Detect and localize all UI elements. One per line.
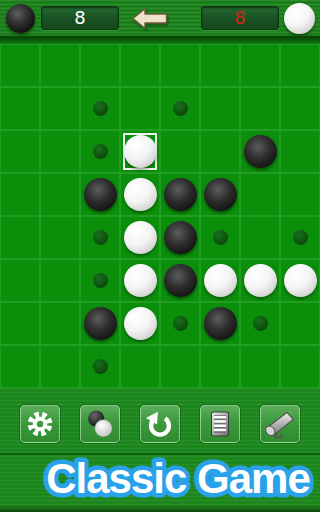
cell-g2[interactable] — [240, 87, 280, 130]
white-disc — [124, 135, 157, 168]
moves-list-button[interactable] — [200, 405, 240, 443]
cell-b2[interactable] — [40, 87, 80, 130]
black-disc — [164, 264, 197, 297]
cell-d2[interactable] — [120, 87, 160, 130]
reversi-app: 8 8 — [0, 0, 320, 512]
cell-f7[interactable] — [200, 302, 240, 345]
white-score-value: 8 — [234, 9, 245, 27]
cell-h8[interactable] — [280, 345, 320, 388]
black-disc — [164, 178, 197, 211]
cell-e6[interactable] — [160, 259, 200, 302]
white-disc — [124, 221, 157, 254]
cell-g5[interactable] — [240, 216, 280, 259]
cell-b1[interactable] — [40, 44, 80, 87]
cell-g4[interactable] — [240, 173, 280, 216]
cell-b7[interactable] — [40, 302, 80, 345]
turn-left-arrow-icon — [132, 7, 168, 30]
reversi-board[interactable] — [0, 44, 320, 388]
cell-e2[interactable] — [160, 87, 200, 130]
cell-d1[interactable] — [120, 44, 160, 87]
cell-a1[interactable] — [0, 44, 40, 87]
cell-a4[interactable] — [0, 173, 40, 216]
cell-d4[interactable] — [120, 173, 160, 216]
black-player-disc-icon — [6, 4, 35, 33]
megaphone-icon — [263, 407, 297, 441]
legal-move-hint — [213, 230, 228, 245]
cell-b5[interactable] — [40, 216, 80, 259]
cell-h1[interactable] — [280, 44, 320, 87]
white-score-box: 8 — [201, 6, 279, 30]
pieces-button[interactable] — [80, 405, 120, 443]
legal-move-hint — [173, 316, 188, 331]
black-disc — [84, 307, 117, 340]
cell-d5[interactable] — [120, 216, 160, 259]
cell-b6[interactable] — [40, 259, 80, 302]
white-player-disc-icon — [284, 3, 315, 34]
undo-button[interactable] — [140, 405, 180, 443]
legal-move-hint — [93, 359, 108, 374]
cell-d6[interactable] — [120, 259, 160, 302]
black-white-discs-icon — [83, 407, 117, 441]
legal-move-hint — [93, 101, 108, 116]
black-score-value: 8 — [74, 9, 85, 27]
cell-c8[interactable] — [80, 345, 120, 388]
cell-e1[interactable] — [160, 44, 200, 87]
cell-g8[interactable] — [240, 345, 280, 388]
cell-a8[interactable] — [0, 345, 40, 388]
gear-icon — [23, 407, 57, 441]
white-disc — [124, 264, 157, 297]
cell-f8[interactable] — [200, 345, 240, 388]
cell-f1[interactable] — [200, 44, 240, 87]
banner: Classic Game — [0, 446, 320, 508]
cell-f3[interactable] — [200, 130, 240, 173]
cell-a6[interactable] — [0, 259, 40, 302]
announcements-button[interactable] — [260, 405, 300, 443]
cell-g1[interactable] — [240, 44, 280, 87]
cell-e7[interactable] — [160, 302, 200, 345]
cell-a2[interactable] — [0, 87, 40, 130]
legal-move-hint — [173, 101, 188, 116]
cell-c1[interactable] — [80, 44, 120, 87]
white-disc — [284, 264, 317, 297]
black-disc — [84, 178, 117, 211]
black-disc — [204, 178, 237, 211]
cell-c5[interactable] — [80, 216, 120, 259]
board-top-shadow — [0, 36, 320, 44]
cell-c4[interactable] — [80, 173, 120, 216]
cell-b3[interactable] — [40, 130, 80, 173]
white-disc — [244, 264, 277, 297]
cell-f5[interactable] — [200, 216, 240, 259]
cell-a7[interactable] — [0, 302, 40, 345]
cell-g6[interactable] — [240, 259, 280, 302]
white-disc — [124, 307, 157, 340]
black-score-box: 8 — [41, 6, 119, 30]
cell-a3[interactable] — [0, 130, 40, 173]
toolbar — [0, 404, 320, 444]
cell-d8[interactable] — [120, 345, 160, 388]
black-disc — [204, 307, 237, 340]
undo-arrow-icon — [143, 407, 177, 441]
cell-e4[interactable] — [160, 173, 200, 216]
banner-text: Classic Game — [46, 455, 310, 502]
cell-c7[interactable] — [80, 302, 120, 345]
cell-h4[interactable] — [280, 173, 320, 216]
cell-h5[interactable] — [280, 216, 320, 259]
cell-f2[interactable] — [200, 87, 240, 130]
cell-b4[interactable] — [40, 173, 80, 216]
cell-h2[interactable] — [280, 87, 320, 130]
legal-move-hint — [93, 144, 108, 159]
cell-h6[interactable] — [280, 259, 320, 302]
cell-f4[interactable] — [200, 173, 240, 216]
white-disc — [124, 178, 157, 211]
cell-c3[interactable] — [80, 130, 120, 173]
legal-move-hint — [293, 230, 308, 245]
black-disc — [164, 221, 197, 254]
cell-a5[interactable] — [0, 216, 40, 259]
cell-c2[interactable] — [80, 87, 120, 130]
cell-f6[interactable] — [200, 259, 240, 302]
cell-e8[interactable] — [160, 345, 200, 388]
cell-d7[interactable] — [120, 302, 160, 345]
cell-h3[interactable] — [280, 130, 320, 173]
cell-c6[interactable] — [80, 259, 120, 302]
legal-move-hint — [93, 230, 108, 245]
cell-e5[interactable] — [160, 216, 200, 259]
cell-g3[interactable] — [240, 130, 280, 173]
settings-button[interactable] — [20, 405, 60, 443]
legal-move-hint — [253, 316, 268, 331]
cell-d3[interactable] — [120, 130, 160, 173]
white-disc — [204, 264, 237, 297]
black-disc — [244, 135, 277, 168]
legal-move-hint — [93, 273, 108, 288]
score-bar: 8 8 — [0, 0, 320, 36]
cell-b8[interactable] — [40, 345, 80, 388]
cell-h7[interactable] — [280, 302, 320, 345]
cell-g7[interactable] — [240, 302, 280, 345]
list-icon — [203, 407, 237, 441]
cell-e3[interactable] — [160, 130, 200, 173]
